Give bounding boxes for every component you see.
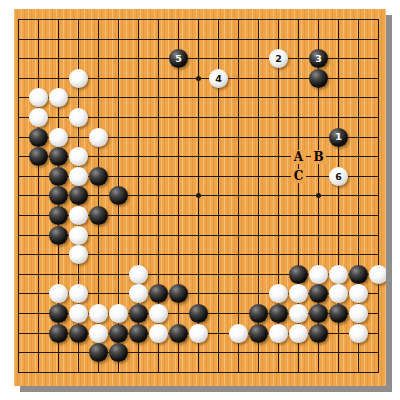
intersection-B10[interactable] xyxy=(29,186,49,206)
intersection-D18[interactable] xyxy=(69,29,89,49)
intersection-B4[interactable] xyxy=(29,304,49,324)
intersection-H18[interactable] xyxy=(149,29,169,49)
intersection-G17[interactable] xyxy=(129,49,149,69)
intersection-G7[interactable] xyxy=(129,245,149,265)
intersection-K15[interactable] xyxy=(189,88,209,108)
intersection-H10[interactable] xyxy=(149,186,169,206)
intersection-B11[interactable] xyxy=(29,167,49,187)
intersection-J8[interactable] xyxy=(169,225,189,245)
intersection-P10[interactable] xyxy=(289,186,309,206)
intersection-Q18[interactable] xyxy=(309,29,329,49)
intersection-T18[interactable] xyxy=(369,29,387,49)
intersection-J14[interactable] xyxy=(169,108,189,128)
intersection-J6[interactable] xyxy=(169,265,189,285)
intersection-R10[interactable] xyxy=(329,186,349,206)
intersection-E14[interactable] xyxy=(89,108,109,128)
intersection-B6[interactable] xyxy=(29,265,49,285)
intersection-L7[interactable] xyxy=(209,245,229,265)
intersection-A11[interactable] xyxy=(14,167,29,187)
intersection-K16[interactable] xyxy=(189,69,209,89)
intersection-S12[interactable] xyxy=(349,147,369,167)
intersection-O14[interactable] xyxy=(269,108,289,128)
intersection-K14[interactable] xyxy=(189,108,209,128)
intersection-E1[interactable] xyxy=(89,363,109,383)
intersection-B18[interactable] xyxy=(29,29,49,49)
intersection-H8[interactable] xyxy=(149,225,169,245)
intersection-Q10[interactable] xyxy=(309,186,329,206)
intersection-J2[interactable] xyxy=(169,343,189,363)
intersection-P18[interactable] xyxy=(289,29,309,49)
white-stone-F4 xyxy=(109,304,128,323)
intersection-H1[interactable] xyxy=(149,363,169,383)
intersection-E17[interactable] xyxy=(89,49,109,69)
intersection-L3[interactable] xyxy=(209,323,229,343)
intersection-K18[interactable] xyxy=(189,29,209,49)
intersection-P1[interactable] xyxy=(289,363,309,383)
intersection-F6[interactable] xyxy=(109,265,129,285)
intersection-F11[interactable] xyxy=(109,167,129,187)
intersection-H19[interactable] xyxy=(149,10,169,30)
intersection-Q14[interactable] xyxy=(309,108,329,128)
intersection-A15[interactable] xyxy=(14,88,29,108)
intersection-S17[interactable] xyxy=(349,49,369,69)
white-stone-P3 xyxy=(289,324,308,343)
intersection-T13[interactable] xyxy=(369,127,387,147)
intersection-O19[interactable] xyxy=(269,10,289,30)
intersection-T7[interactable] xyxy=(369,245,387,265)
intersection-M12[interactable] xyxy=(229,147,249,167)
intersection-P7[interactable] xyxy=(289,245,309,265)
intersection-S14[interactable] xyxy=(349,108,369,128)
intersection-C6[interactable] xyxy=(49,265,69,285)
intersection-F1[interactable] xyxy=(109,363,129,383)
intersection-E16[interactable] xyxy=(89,69,109,89)
intersection-T1[interactable] xyxy=(369,363,387,383)
intersection-G11[interactable] xyxy=(129,167,149,187)
intersection-K11[interactable] xyxy=(189,167,209,187)
intersection-K1[interactable] xyxy=(189,363,209,383)
white-stone-S4 xyxy=(349,304,368,323)
intersection-L15[interactable] xyxy=(209,88,229,108)
intersection-K8[interactable] xyxy=(189,225,209,245)
intersection-O13[interactable] xyxy=(269,127,289,147)
black-stone-O4 xyxy=(269,304,288,323)
intersection-F14[interactable] xyxy=(109,108,129,128)
intersection-K10[interactable] xyxy=(189,186,209,206)
intersection-A12[interactable] xyxy=(14,147,29,167)
intersection-K7[interactable] xyxy=(189,245,209,265)
intersection-D15[interactable] xyxy=(69,88,89,108)
intersection-G18[interactable] xyxy=(129,29,149,49)
intersection-B7[interactable] xyxy=(29,245,49,265)
intersection-L19[interactable] xyxy=(209,10,229,30)
intersection-N15[interactable] xyxy=(249,88,269,108)
intersection-P14[interactable] xyxy=(289,108,309,128)
intersection-R19[interactable] xyxy=(329,10,349,30)
intersection-H7[interactable] xyxy=(149,245,169,265)
intersection-C14[interactable] xyxy=(49,108,69,128)
intersection-R16[interactable] xyxy=(329,69,349,89)
intersection-C18[interactable] xyxy=(49,29,69,49)
intersection-R17[interactable] xyxy=(329,49,349,69)
intersection-L5[interactable] xyxy=(209,284,229,304)
intersection-T3[interactable] xyxy=(369,323,387,343)
intersection-M1[interactable] xyxy=(229,363,249,383)
intersection-A18[interactable] xyxy=(14,29,29,49)
intersection-B3[interactable] xyxy=(29,323,49,343)
intersection-S9[interactable] xyxy=(349,206,369,226)
intersection-C17[interactable] xyxy=(49,49,69,69)
intersection-E18[interactable] xyxy=(89,29,109,49)
intersection-K5[interactable] xyxy=(189,284,209,304)
intersection-L13[interactable] xyxy=(209,127,229,147)
intersection-S15[interactable] xyxy=(349,88,369,108)
intersection-M11[interactable] xyxy=(229,167,249,187)
intersection-B9[interactable] xyxy=(29,206,49,226)
intersection-J12[interactable] xyxy=(169,147,189,167)
intersection-H17[interactable] xyxy=(149,49,169,69)
intersection-N6[interactable] xyxy=(249,265,269,285)
intersection-O18[interactable] xyxy=(269,29,289,49)
intersection-J9[interactable] xyxy=(169,206,189,226)
intersection-H9[interactable] xyxy=(149,206,169,226)
intersection-L11[interactable] xyxy=(209,167,229,187)
intersection-D6[interactable] xyxy=(69,265,89,285)
intersection-N10[interactable] xyxy=(249,186,269,206)
intersection-J11[interactable] xyxy=(169,167,189,187)
intersection-T17[interactable] xyxy=(369,49,387,69)
intersection-E10[interactable] xyxy=(89,186,109,206)
intersection-M16[interactable] xyxy=(229,69,249,89)
intersection-L18[interactable] xyxy=(209,29,229,49)
intersection-A2[interactable] xyxy=(14,343,29,363)
intersection-A16[interactable] xyxy=(14,69,29,89)
intersection-M4[interactable] xyxy=(229,304,249,324)
intersection-Q7[interactable] xyxy=(309,245,329,265)
intersection-R14[interactable] xyxy=(329,108,349,128)
intersection-R15[interactable] xyxy=(329,88,349,108)
intersection-C16[interactable] xyxy=(49,69,69,89)
intersection-F13[interactable] xyxy=(109,127,129,147)
intersection-P17[interactable] xyxy=(289,49,309,69)
intersection-H2[interactable] xyxy=(149,343,169,363)
intersection-M6[interactable] xyxy=(229,265,249,285)
intersection-E12[interactable] xyxy=(89,147,109,167)
intersection-F12[interactable] xyxy=(109,147,129,167)
intersection-A10[interactable] xyxy=(14,186,29,206)
black-stone-Q17: 3 xyxy=(309,49,328,68)
intersection-N18[interactable] xyxy=(249,29,269,49)
intersection-Q9[interactable] xyxy=(309,206,329,226)
intersection-Q19[interactable] xyxy=(309,10,329,30)
black-stone-N3 xyxy=(249,324,268,343)
intersection-O9[interactable] xyxy=(269,206,289,226)
intersection-H12[interactable] xyxy=(149,147,169,167)
intersection-O1[interactable] xyxy=(269,363,289,383)
black-stone-J17: 5 xyxy=(169,49,188,68)
intersection-M14[interactable] xyxy=(229,108,249,128)
intersection-G19[interactable] xyxy=(129,10,149,30)
intersection-N1[interactable] xyxy=(249,363,269,383)
intersection-P16[interactable] xyxy=(289,69,309,89)
intersection-A7[interactable] xyxy=(14,245,29,265)
intersection-S8[interactable] xyxy=(349,225,369,245)
intersection-F17[interactable] xyxy=(109,49,129,69)
intersection-M2[interactable] xyxy=(229,343,249,363)
intersection-L12[interactable] xyxy=(209,147,229,167)
intersection-N7[interactable] xyxy=(249,245,269,265)
intersection-J7[interactable] xyxy=(169,245,189,265)
intersection-Q13[interactable] xyxy=(309,127,329,147)
intersection-S19[interactable] xyxy=(349,10,369,30)
intersection-T16[interactable] xyxy=(369,69,387,89)
intersection-K17[interactable] xyxy=(189,49,209,69)
intersection-R3[interactable] xyxy=(329,323,349,343)
white-stone-M3 xyxy=(229,324,248,343)
intersection-T12[interactable] xyxy=(369,147,387,167)
intersection-H15[interactable] xyxy=(149,88,169,108)
intersection-Q11[interactable] xyxy=(309,167,329,187)
intersection-E15[interactable] xyxy=(89,88,109,108)
intersection-E8[interactable] xyxy=(89,225,109,245)
intersection-D19[interactable] xyxy=(69,10,89,30)
intersection-K6[interactable] xyxy=(189,265,209,285)
intersection-T19[interactable] xyxy=(369,10,387,30)
intersection-B2[interactable] xyxy=(29,343,49,363)
intersection-N2[interactable] xyxy=(249,343,269,363)
intersection-T4[interactable] xyxy=(369,304,387,324)
intersection-J13[interactable] xyxy=(169,127,189,147)
intersection-C7[interactable] xyxy=(49,245,69,265)
intersection-B16[interactable] xyxy=(29,69,49,89)
intersection-G1[interactable] xyxy=(129,363,149,383)
intersection-P9[interactable] xyxy=(289,206,309,226)
intersection-A6[interactable] xyxy=(14,265,29,285)
intersection-S10[interactable] xyxy=(349,186,369,206)
intersection-P15[interactable] xyxy=(289,88,309,108)
intersection-F15[interactable] xyxy=(109,88,129,108)
intersection-P8[interactable] xyxy=(289,225,309,245)
black-stone-F3 xyxy=(109,324,128,343)
intersection-M17[interactable] xyxy=(229,49,249,69)
intersection-M7[interactable] xyxy=(229,245,249,265)
intersection-E7[interactable] xyxy=(89,245,109,265)
intersection-J4[interactable] xyxy=(169,304,189,324)
intersection-B1[interactable] xyxy=(29,363,49,383)
intersection-H6[interactable] xyxy=(149,265,169,285)
intersection-A19[interactable] xyxy=(14,10,29,30)
intersection-R8[interactable] xyxy=(329,225,349,245)
intersection-T9[interactable] xyxy=(369,206,387,226)
intersection-N19[interactable] xyxy=(249,10,269,30)
intersection-T11[interactable] xyxy=(369,167,387,187)
intersection-R9[interactable] xyxy=(329,206,349,226)
intersection-A17[interactable] xyxy=(14,49,29,69)
intersection-F5[interactable] xyxy=(109,284,129,304)
white-stone-D8 xyxy=(69,226,88,245)
intersection-G14[interactable] xyxy=(129,108,149,128)
intersection-B5[interactable] xyxy=(29,284,49,304)
intersection-Q8[interactable] xyxy=(309,225,329,245)
intersection-O16[interactable] xyxy=(269,69,289,89)
intersection-R18[interactable] xyxy=(329,29,349,49)
intersection-M19[interactable] xyxy=(229,10,249,30)
intersection-N11[interactable] xyxy=(249,167,269,187)
intersection-R12[interactable] xyxy=(329,147,349,167)
intersection-K2[interactable] xyxy=(189,343,209,363)
intersection-S11[interactable] xyxy=(349,167,369,187)
black-stone-Q3 xyxy=(309,324,328,343)
intersection-L4[interactable] xyxy=(209,304,229,324)
intersection-N17[interactable] xyxy=(249,49,269,69)
intersection-A14[interactable] xyxy=(14,108,29,128)
intersection-F19[interactable] xyxy=(109,10,129,30)
intersection-G10[interactable] xyxy=(129,186,149,206)
intersection-A5[interactable] xyxy=(14,284,29,304)
intersection-H14[interactable] xyxy=(149,108,169,128)
intersection-M18[interactable] xyxy=(229,29,249,49)
intersection-A8[interactable] xyxy=(14,225,29,245)
intersection-M13[interactable] xyxy=(229,127,249,147)
intersection-T15[interactable] xyxy=(369,88,387,108)
intersection-E19[interactable] xyxy=(89,10,109,30)
intersection-C1[interactable] xyxy=(49,363,69,383)
intersection-A13[interactable] xyxy=(14,127,29,147)
intersection-G15[interactable] xyxy=(129,88,149,108)
intersection-K9[interactable] xyxy=(189,206,209,226)
intersection-N9[interactable] xyxy=(249,206,269,226)
intersection-G2[interactable] xyxy=(129,343,149,363)
intersection-F9[interactable] xyxy=(109,206,129,226)
intersection-R2[interactable] xyxy=(329,343,349,363)
intersection-S16[interactable] xyxy=(349,69,369,89)
intersection-B17[interactable] xyxy=(29,49,49,69)
intersection-O10[interactable] xyxy=(269,186,289,206)
intersection-Q2[interactable] xyxy=(309,343,329,363)
label-B: B xyxy=(311,150,326,164)
intersection-A3[interactable] xyxy=(14,323,29,343)
intersection-K19[interactable] xyxy=(189,10,209,30)
intersection-T10[interactable] xyxy=(369,186,387,206)
intersection-K13[interactable] xyxy=(189,127,209,147)
intersection-D2[interactable] xyxy=(69,343,89,363)
intersection-O8[interactable] xyxy=(269,225,289,245)
intersection-O15[interactable] xyxy=(269,88,289,108)
intersection-N14[interactable] xyxy=(249,108,269,128)
intersection-G8[interactable] xyxy=(129,225,149,245)
intersection-L17[interactable] xyxy=(209,49,229,69)
intersection-E6[interactable] xyxy=(89,265,109,285)
black-stone-E9 xyxy=(89,206,108,225)
intersection-S1[interactable] xyxy=(349,363,369,383)
intersection-N16[interactable] xyxy=(249,69,269,89)
intersection-S2[interactable] xyxy=(349,343,369,363)
intersection-M9[interactable] xyxy=(229,206,249,226)
intersection-L8[interactable] xyxy=(209,225,229,245)
intersection-L6[interactable] xyxy=(209,265,229,285)
intersection-S13[interactable] xyxy=(349,127,369,147)
intersection-N8[interactable] xyxy=(249,225,269,245)
intersection-A1[interactable] xyxy=(14,363,29,383)
intersection-D13[interactable] xyxy=(69,127,89,147)
intersection-J15[interactable] xyxy=(169,88,189,108)
intersection-L1[interactable] xyxy=(209,363,229,383)
intersection-N13[interactable] xyxy=(249,127,269,147)
intersection-O6[interactable] xyxy=(269,265,289,285)
intersection-F18[interactable] xyxy=(109,29,129,49)
intersection-R7[interactable] xyxy=(329,245,349,265)
intersection-N12[interactable] xyxy=(249,147,269,167)
intersection-J19[interactable] xyxy=(169,10,189,30)
white-stone-O17: 2 xyxy=(269,49,288,68)
intersection-J18[interactable] xyxy=(169,29,189,49)
intersection-T8[interactable] xyxy=(369,225,387,245)
intersection-P2[interactable] xyxy=(289,343,309,363)
intersection-T14[interactable] xyxy=(369,108,387,128)
white-stone-L16: 4 xyxy=(209,69,228,88)
intersection-O2[interactable] xyxy=(269,343,289,363)
intersection-D17[interactable] xyxy=(69,49,89,69)
intersection-T2[interactable] xyxy=(369,343,387,363)
intersection-A9[interactable] xyxy=(14,206,29,226)
intersection-C2[interactable] xyxy=(49,343,69,363)
intersection-G16[interactable] xyxy=(129,69,149,89)
intersection-L10[interactable] xyxy=(209,186,229,206)
intersection-B8[interactable] xyxy=(29,225,49,245)
intersection-G9[interactable] xyxy=(129,206,149,226)
intersection-J16[interactable] xyxy=(169,69,189,89)
intersection-F16[interactable] xyxy=(109,69,129,89)
intersection-K12[interactable] xyxy=(189,147,209,167)
intersection-M8[interactable] xyxy=(229,225,249,245)
intersection-H11[interactable] xyxy=(149,167,169,187)
intersection-G12[interactable] xyxy=(129,147,149,167)
intersection-M15[interactable] xyxy=(229,88,249,108)
intersection-S7[interactable] xyxy=(349,245,369,265)
intersection-A4[interactable] xyxy=(14,304,29,324)
intersection-J1[interactable] xyxy=(169,363,189,383)
intersection-T5[interactable] xyxy=(369,284,387,304)
intersection-N5[interactable] xyxy=(249,284,269,304)
intersection-M5[interactable] xyxy=(229,284,249,304)
intersection-D1[interactable] xyxy=(69,363,89,383)
intersection-J10[interactable] xyxy=(169,186,189,206)
intersection-Q1[interactable] xyxy=(309,363,329,383)
intersection-C19[interactable] xyxy=(49,10,69,30)
go-board: 523416ABC xyxy=(14,9,386,386)
intersection-O7[interactable] xyxy=(269,245,289,265)
intersection-B19[interactable] xyxy=(29,10,49,30)
intersection-H13[interactable] xyxy=(149,127,169,147)
intersection-P19[interactable] xyxy=(289,10,309,30)
intersection-F8[interactable] xyxy=(109,225,129,245)
intersection-L2[interactable] xyxy=(209,343,229,363)
intersection-L14[interactable] xyxy=(209,108,229,128)
intersection-O12[interactable] xyxy=(269,147,289,167)
white-stone-E3 xyxy=(89,324,108,343)
intersection-S18[interactable] xyxy=(349,29,369,49)
intersection-R1[interactable] xyxy=(329,363,349,383)
intersection-G13[interactable] xyxy=(129,127,149,147)
intersection-O11[interactable] xyxy=(269,167,289,187)
intersection-E5[interactable] xyxy=(89,284,109,304)
intersection-L9[interactable] xyxy=(209,206,229,226)
intersection-P13[interactable] xyxy=(289,127,309,147)
intersection-M10[interactable] xyxy=(229,186,249,206)
intersection-Q15[interactable] xyxy=(309,88,329,108)
intersection-F7[interactable] xyxy=(109,245,129,265)
intersection-H16[interactable] xyxy=(149,69,169,89)
